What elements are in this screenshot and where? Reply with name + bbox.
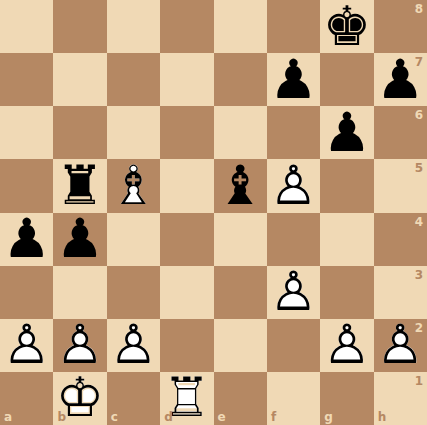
square-a1[interactable]: a (0, 372, 53, 425)
square-c6[interactable] (107, 106, 160, 159)
piece-outline: ♙ (320, 319, 373, 372)
square-e5[interactable]: ♝ (214, 159, 267, 212)
piece-glyph: ♚ (320, 0, 373, 53)
piece-glyph: ♟ (320, 106, 373, 159)
black-pawn[interactable]: ♟ (267, 53, 320, 106)
file-label-h: h (378, 411, 387, 423)
square-f8[interactable] (267, 0, 320, 53)
square-c1[interactable]: c (107, 372, 160, 425)
square-g2[interactable]: ♟♙ (320, 319, 373, 372)
square-b5[interactable]: ♜ (53, 159, 106, 212)
black-rook[interactable]: ♜ (53, 159, 106, 212)
square-c7[interactable] (107, 53, 160, 106)
square-a3[interactable] (0, 266, 53, 319)
piece-fill: ♟ (267, 159, 320, 212)
square-h7[interactable]: ♟7 (374, 53, 427, 106)
square-g8[interactable]: ♚ (320, 0, 373, 53)
square-b2[interactable]: ♟♙ (53, 319, 106, 372)
piece-outline: ♙ (267, 159, 320, 212)
black-bishop[interactable]: ♝ (214, 159, 267, 212)
piece-glyph: ♟ (374, 53, 427, 106)
square-c5[interactable]: ♝♗ (107, 159, 160, 212)
square-c3[interactable] (107, 266, 160, 319)
white-pawn[interactable]: ♟♙ (320, 319, 373, 372)
square-d7[interactable] (160, 53, 213, 106)
black-pawn[interactable]: ♟ (320, 106, 373, 159)
piece-glyph: ♟ (53, 213, 106, 266)
white-pawn[interactable]: ♟♙ (267, 159, 320, 212)
square-c8[interactable] (107, 0, 160, 53)
square-c4[interactable] (107, 213, 160, 266)
square-h8[interactable]: 8 (374, 0, 427, 53)
piece-fill: ♚ (53, 372, 106, 425)
square-h5[interactable]: 5 (374, 159, 427, 212)
square-f7[interactable]: ♟ (267, 53, 320, 106)
file-label-f: f (271, 411, 276, 423)
piece-glyph: ♟ (0, 213, 53, 266)
square-f5[interactable]: ♟♙ (267, 159, 320, 212)
file-label-e: e (218, 411, 226, 423)
square-d4[interactable] (160, 213, 213, 266)
square-h1[interactable]: 1h (374, 372, 427, 425)
square-h6[interactable]: 6 (374, 106, 427, 159)
square-a6[interactable] (0, 106, 53, 159)
square-f6[interactable] (267, 106, 320, 159)
black-pawn[interactable]: ♟ (374, 53, 427, 106)
piece-fill: ♜ (160, 372, 213, 425)
square-g6[interactable]: ♟ (320, 106, 373, 159)
square-g1[interactable]: g (320, 372, 373, 425)
rank-label-6: 6 (415, 109, 423, 121)
square-e2[interactable] (214, 319, 267, 372)
square-b1[interactable]: ♚♔b (53, 372, 106, 425)
square-g7[interactable] (320, 53, 373, 106)
white-pawn[interactable]: ♟♙ (53, 319, 106, 372)
square-e1[interactable]: e (214, 372, 267, 425)
square-f3[interactable]: ♟♙ (267, 266, 320, 319)
square-a5[interactable] (0, 159, 53, 212)
square-b4[interactable]: ♟ (53, 213, 106, 266)
square-b8[interactable] (53, 0, 106, 53)
square-h4[interactable]: 4 (374, 213, 427, 266)
black-pawn[interactable]: ♟ (0, 213, 53, 266)
square-e6[interactable] (214, 106, 267, 159)
square-b3[interactable] (53, 266, 106, 319)
piece-outline: ♙ (374, 319, 427, 372)
piece-fill: ♝ (107, 159, 160, 212)
square-d1[interactable]: ♜♖d (160, 372, 213, 425)
piece-fill: ♟ (320, 319, 373, 372)
piece-outline: ♙ (53, 319, 106, 372)
white-pawn[interactable]: ♟♙ (267, 266, 320, 319)
rank-label-3: 3 (415, 269, 423, 281)
piece-outline: ♗ (107, 159, 160, 212)
chess-board: ♚8♟♟7♟6♜♝♗♝♟♙5♟♟4♟♙3♟♙♟♙♟♙♟♙♟♙2a♚♔bc♜♖de… (0, 0, 427, 425)
square-d8[interactable] (160, 0, 213, 53)
white-king[interactable]: ♚♔ (53, 372, 106, 425)
square-e3[interactable] (214, 266, 267, 319)
piece-outline: ♙ (107, 319, 160, 372)
square-h3[interactable]: 3 (374, 266, 427, 319)
rank-label-5: 5 (415, 162, 423, 174)
piece-fill: ♟ (107, 319, 160, 372)
file-label-c: c (111, 411, 118, 423)
piece-fill: ♟ (267, 266, 320, 319)
square-d6[interactable] (160, 106, 213, 159)
white-rook[interactable]: ♜♖ (160, 372, 213, 425)
square-d2[interactable] (160, 319, 213, 372)
square-e8[interactable] (214, 0, 267, 53)
piece-outline: ♙ (267, 266, 320, 319)
square-h2[interactable]: ♟♙2 (374, 319, 427, 372)
square-e4[interactable] (214, 213, 267, 266)
square-g3[interactable] (320, 266, 373, 319)
square-d5[interactable] (160, 159, 213, 212)
square-e7[interactable] (214, 53, 267, 106)
square-a7[interactable] (0, 53, 53, 106)
rank-label-1: 1 (415, 375, 423, 387)
black-pawn[interactable]: ♟ (53, 213, 106, 266)
piece-fill: ♟ (53, 319, 106, 372)
square-a2[interactable]: ♟♙ (0, 319, 53, 372)
piece-outline: ♖ (160, 372, 213, 425)
piece-fill: ♟ (0, 319, 53, 372)
square-c2[interactable]: ♟♙ (107, 319, 160, 372)
square-g5[interactable] (320, 159, 373, 212)
square-a4[interactable]: ♟ (0, 213, 53, 266)
white-pawn[interactable]: ♟♙ (374, 319, 427, 372)
piece-fill: ♟ (374, 319, 427, 372)
file-label-g: g (324, 411, 333, 423)
rank-label-4: 4 (415, 216, 423, 228)
piece-glyph: ♝ (214, 159, 267, 212)
black-king[interactable]: ♚ (320, 0, 373, 53)
white-bishop[interactable]: ♝♗ (107, 159, 160, 212)
square-b7[interactable] (53, 53, 106, 106)
square-f4[interactable] (267, 213, 320, 266)
rank-label-8: 8 (415, 3, 423, 15)
square-g4[interactable] (320, 213, 373, 266)
square-f2[interactable] (267, 319, 320, 372)
square-d3[interactable] (160, 266, 213, 319)
piece-glyph: ♜ (53, 159, 106, 212)
file-label-a: a (4, 411, 12, 423)
piece-outline: ♙ (0, 319, 53, 372)
piece-outline: ♔ (53, 372, 106, 425)
piece-glyph: ♟ (267, 53, 320, 106)
white-pawn[interactable]: ♟♙ (107, 319, 160, 372)
square-b6[interactable] (53, 106, 106, 159)
white-pawn[interactable]: ♟♙ (0, 319, 53, 372)
square-a8[interactable] (0, 0, 53, 53)
square-f1[interactable]: f (267, 372, 320, 425)
